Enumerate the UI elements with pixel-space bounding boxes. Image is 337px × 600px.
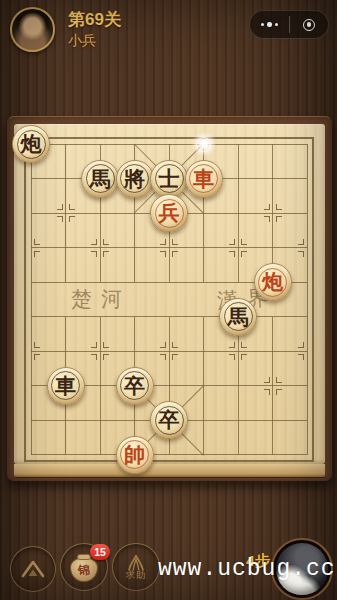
- grid-line: [100, 317, 101, 455]
- point-marker-corner: [276, 204, 282, 210]
- piece-character: 馬: [90, 168, 111, 189]
- point-marker-corner: [172, 354, 178, 360]
- piece-black-chariot[interactable]: 車: [47, 367, 85, 405]
- bag-tie: [77, 554, 91, 560]
- point-marker-corner: [276, 389, 282, 395]
- dot-icon: [261, 23, 265, 27]
- piece-character: 炮: [21, 133, 42, 154]
- point-marker-corner: [34, 251, 40, 257]
- grid-line: [238, 317, 239, 455]
- last-move-marker-ring: [196, 137, 211, 152]
- point-marker-corner: [229, 239, 235, 245]
- help-button[interactable]: 求助: [112, 543, 160, 591]
- piece-character: 兵: [159, 202, 180, 223]
- point-marker-corner: [69, 216, 75, 222]
- board-front-edge: [14, 464, 325, 478]
- piece-character: 車: [55, 375, 76, 396]
- point-marker-corner: [241, 354, 247, 360]
- grid-line: [307, 144, 308, 455]
- piece-black-horse[interactable]: 馬: [81, 160, 119, 198]
- piece-character: 馬: [228, 306, 249, 327]
- header: 第69关 小兵: [68, 10, 121, 49]
- piece-character: 將: [124, 168, 145, 189]
- piece-black-cannon[interactable]: 炮: [12, 125, 50, 163]
- avatar[interactable]: [10, 7, 55, 52]
- point-marker-corner: [298, 342, 304, 348]
- point-marker-corner: [160, 342, 166, 348]
- xiangqi-board[interactable]: 楚河 漢界 炮馬將士車兵炮馬車卒卒帥: [7, 116, 332, 481]
- point-marker-corner: [229, 251, 235, 257]
- point-marker-corner: [298, 354, 304, 360]
- close-circle-button[interactable]: [290, 11, 329, 38]
- point-marker-corner: [103, 342, 109, 348]
- piece-black-soldier-2[interactable]: 卒: [150, 401, 188, 439]
- point-marker-corner: [160, 239, 166, 245]
- point-marker-corner: [69, 204, 75, 210]
- point-marker-corner: [103, 354, 109, 360]
- point-marker-corner: [241, 342, 247, 348]
- point-marker-corner: [298, 239, 304, 245]
- piece-character: 帥: [124, 444, 145, 465]
- point-marker-corner: [241, 251, 247, 257]
- point-marker-corner: [172, 239, 178, 245]
- point-marker-corner: [229, 342, 235, 348]
- point-marker-corner: [264, 216, 270, 222]
- level-subtitle: 小兵: [68, 32, 121, 49]
- point-marker-corner: [91, 342, 97, 348]
- grid-line: [238, 144, 239, 282]
- piece-black-general[interactable]: 將: [116, 160, 154, 198]
- menu-button[interactable]: [10, 546, 56, 592]
- point-marker-corner: [34, 239, 40, 245]
- point-marker-corner: [160, 354, 166, 360]
- more-button[interactable]: [250, 11, 289, 38]
- point-marker-corner: [298, 251, 304, 257]
- piece-character: 卒: [159, 409, 180, 430]
- point-marker-corner: [57, 216, 63, 222]
- grid-line: [272, 144, 273, 282]
- watermark: www.ucbug.cc: [158, 556, 336, 582]
- last-move-marker: [191, 131, 217, 157]
- point-marker-corner: [91, 251, 97, 257]
- point-marker-corner: [103, 239, 109, 245]
- piece-red-general[interactable]: 帥: [116, 436, 154, 474]
- wechat-capsule: [249, 10, 329, 39]
- point-marker-corner: [172, 251, 178, 257]
- piece-character: 車: [193, 168, 214, 189]
- hint-count-badge: 15: [90, 544, 110, 560]
- grid-line: [272, 317, 273, 455]
- point-marker-corner: [276, 216, 282, 222]
- point-marker-corner: [172, 342, 178, 348]
- point-marker-corner: [34, 354, 40, 360]
- point-marker-corner: [91, 354, 97, 360]
- piece-character: 炮: [262, 271, 283, 292]
- circle-dot-icon: [303, 19, 315, 31]
- piece-character: 士: [159, 168, 180, 189]
- help-label: 求助: [126, 569, 147, 582]
- point-marker-corner: [276, 377, 282, 383]
- board-surface[interactable]: 楚河 漢界 炮馬將士車兵炮馬車卒卒帥: [14, 124, 325, 464]
- point-marker-corner: [241, 239, 247, 245]
- piece-red-soldier[interactable]: 兵: [150, 194, 188, 232]
- piece-red-cannon[interactable]: 炮: [254, 263, 292, 301]
- point-marker-corner: [57, 204, 63, 210]
- point-marker-corner: [91, 239, 97, 245]
- grid-line: [31, 144, 32, 455]
- dot-icon: [267, 22, 272, 27]
- piece-black-horse-2[interactable]: 馬: [219, 298, 257, 336]
- grid-line: [65, 144, 66, 282]
- level-title: 第69关: [68, 10, 121, 30]
- point-marker-corner: [103, 251, 109, 257]
- piece-character: 卒: [124, 375, 145, 396]
- bag-label: 锦: [78, 562, 90, 579]
- point-marker-corner: [264, 204, 270, 210]
- dot-icon: [275, 23, 279, 27]
- piece-black-soldier[interactable]: 卒: [116, 367, 154, 405]
- hint-bag-button[interactable]: 锦 15: [60, 543, 108, 591]
- point-marker-corner: [264, 377, 270, 383]
- point-marker-corner: [229, 354, 235, 360]
- point-marker-corner: [264, 389, 270, 395]
- chevron-up-icon: [19, 557, 47, 581]
- app-screen: 第69关 小兵 楚河 漢界 炮馬將士車兵炮馬車卒卒帥 锦 15: [0, 0, 337, 600]
- help-button-content: 求助: [124, 555, 148, 582]
- point-marker-corner: [160, 251, 166, 257]
- point-marker-corner: [34, 342, 40, 348]
- piece-red-chariot[interactable]: 車: [185, 160, 223, 198]
- piece-black-advisor[interactable]: 士: [150, 160, 188, 198]
- money-bag-icon: 锦: [70, 557, 98, 582]
